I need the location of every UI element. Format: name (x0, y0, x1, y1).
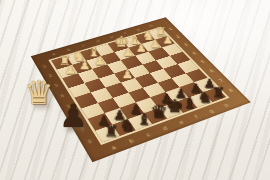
white-pawn: ♟ (79, 60, 91, 72)
coordinate-label: b (128, 138, 135, 144)
coordinate-label: f (193, 114, 198, 119)
captured-white-queen: ♛ (24, 76, 54, 109)
white-pawn: ♟ (64, 64, 76, 76)
coordinate-label: 1 (42, 64, 48, 68)
coordinate-label: a (51, 52, 56, 56)
coordinate-label: 8 (86, 138, 93, 144)
coordinate-label: g (208, 108, 215, 113)
black-bishop: ♝ (182, 95, 197, 110)
coordinate-label: e (178, 119, 185, 124)
black-king: ♚ (166, 98, 184, 116)
coordinate-label: 6 (208, 69, 214, 73)
white-pawn: ♟ (122, 68, 134, 80)
black-queen: ♛ (150, 103, 168, 121)
coordinate-label: 2 (175, 35, 181, 39)
coordinate-label: 7 (218, 78, 225, 83)
coordinate-label: 4 (191, 51, 197, 55)
captured-black-pawn: ♟ (59, 100, 88, 132)
white-pawn: ♟ (149, 39, 160, 50)
coordinate-label: h (223, 103, 230, 108)
white-pawn: ♟ (94, 55, 106, 67)
black-rook: ♜ (212, 86, 226, 100)
coordinate-label: 1 (167, 27, 173, 31)
coordinate-label: a (110, 144, 117, 150)
coordinate-label: b (66, 48, 71, 52)
coordinate-label: 3 (183, 43, 189, 47)
black-rook: ♜ (104, 124, 119, 139)
coordinate-label: 8 (227, 88, 234, 93)
coordinate-label: d (95, 39, 100, 43)
white-pawn: ♟ (163, 35, 174, 46)
coordinate-label: c (81, 43, 86, 47)
black-knight: ♞ (120, 117, 136, 133)
coordinate-label: 5 (199, 60, 205, 64)
black-bishop: ♝ (136, 111, 152, 127)
coordinate-label: c (145, 132, 151, 138)
white-pawn: ♟ (122, 47, 133, 58)
black-knight: ♞ (197, 90, 212, 105)
coordinate-label: d (161, 125, 168, 131)
coordinate-label: g (135, 28, 140, 32)
table-surface: abcdefgh abcdefgh 12345678 12345678 ♜♞♝♚… (0, 0, 270, 180)
coordinate-label: h (148, 24, 153, 28)
coordinate-label: 3 (53, 83, 59, 88)
white-pawn: ♟ (136, 43, 147, 54)
